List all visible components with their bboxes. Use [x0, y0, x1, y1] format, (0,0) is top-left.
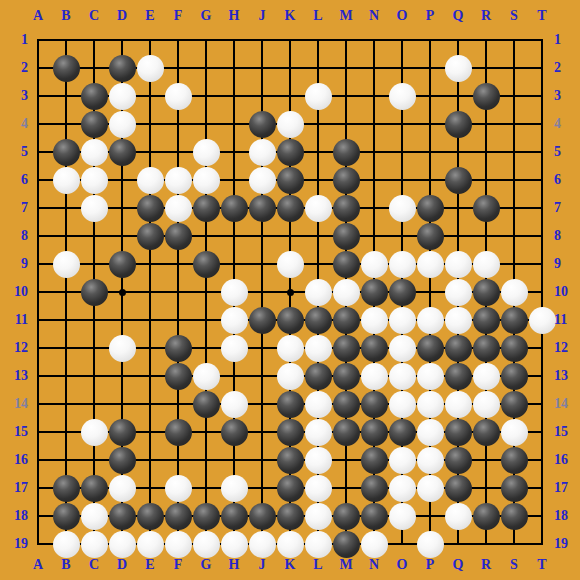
black-stone-E8[interactable] — [137, 223, 164, 250]
black-stone-B18[interactable] — [53, 503, 80, 530]
col-label-top-R: R — [481, 9, 491, 23]
white-stone-G6[interactable] — [193, 167, 220, 194]
white-stone-F3[interactable] — [165, 83, 192, 110]
white-stone-P16[interactable] — [417, 447, 444, 474]
black-stone-J18[interactable] — [249, 503, 276, 530]
black-stone-K11[interactable] — [277, 307, 304, 334]
white-stone-L18[interactable] — [305, 503, 332, 530]
white-stone-O11[interactable] — [389, 307, 416, 334]
row-label-right-11: 11 — [554, 313, 580, 327]
col-label-top-O: O — [397, 9, 408, 23]
white-stone-N11[interactable] — [361, 307, 388, 334]
hoshi-dot-D10 — [119, 289, 126, 296]
black-stone-Q15[interactable] — [445, 419, 472, 446]
col-label-bottom-S: S — [510, 558, 518, 572]
white-stone-O9[interactable] — [389, 251, 416, 278]
white-stone-F19[interactable] — [165, 531, 192, 558]
white-stone-G19[interactable] — [193, 531, 220, 558]
black-stone-F12[interactable] — [165, 335, 192, 362]
black-stone-B2[interactable] — [53, 55, 80, 82]
white-stone-M10[interactable] — [333, 279, 360, 306]
row-label-right-1: 1 — [554, 33, 580, 47]
col-label-bottom-O: O — [397, 558, 408, 572]
row-label-right-17: 17 — [554, 481, 580, 495]
col-label-bottom-N: N — [369, 558, 379, 572]
white-stone-O17[interactable] — [389, 475, 416, 502]
white-stone-D4[interactable] — [109, 111, 136, 138]
white-stone-J5[interactable] — [249, 139, 276, 166]
row-label-left-12: 12 — [2, 341, 28, 355]
col-label-bottom-R: R — [481, 558, 491, 572]
black-stone-C3[interactable] — [81, 83, 108, 110]
white-stone-C5[interactable] — [81, 139, 108, 166]
white-stone-S15[interactable] — [501, 419, 528, 446]
black-stone-M13[interactable] — [333, 363, 360, 390]
row-label-left-18: 18 — [2, 509, 28, 523]
row-label-right-18: 18 — [554, 509, 580, 523]
white-stone-E2[interactable] — [137, 55, 164, 82]
col-label-bottom-K: K — [285, 558, 296, 572]
white-stone-H10[interactable] — [221, 279, 248, 306]
white-stone-Q18[interactable] — [445, 503, 472, 530]
black-stone-P12[interactable] — [417, 335, 444, 362]
white-stone-Q14[interactable] — [445, 391, 472, 418]
black-stone-N17[interactable] — [361, 475, 388, 502]
col-label-top-M: M — [339, 9, 352, 23]
white-stone-O13[interactable] — [389, 363, 416, 390]
white-stone-O18[interactable] — [389, 503, 416, 530]
col-label-top-H: H — [229, 9, 240, 23]
white-stone-P11[interactable] — [417, 307, 444, 334]
black-stone-K15[interactable] — [277, 419, 304, 446]
black-stone-R10[interactable] — [473, 279, 500, 306]
row-label-left-3: 3 — [2, 89, 28, 103]
black-stone-D2[interactable] — [109, 55, 136, 82]
col-label-bottom-P: P — [426, 558, 435, 572]
black-stone-K14[interactable] — [277, 391, 304, 418]
col-label-bottom-B: B — [61, 558, 70, 572]
col-label-bottom-D: D — [117, 558, 127, 572]
black-stone-B5[interactable] — [53, 139, 80, 166]
white-stone-L19[interactable] — [305, 531, 332, 558]
row-label-right-12: 12 — [554, 341, 580, 355]
white-stone-H19[interactable] — [221, 531, 248, 558]
black-stone-F8[interactable] — [165, 223, 192, 250]
white-stone-Q2[interactable] — [445, 55, 472, 82]
row-label-right-9: 9 — [554, 257, 580, 271]
white-stone-J19[interactable] — [249, 531, 276, 558]
white-stone-O16[interactable] — [389, 447, 416, 474]
col-label-top-S: S — [510, 9, 518, 23]
black-stone-K5[interactable] — [277, 139, 304, 166]
white-stone-D19[interactable] — [109, 531, 136, 558]
row-label-right-13: 13 — [554, 369, 580, 383]
black-stone-O10[interactable] — [389, 279, 416, 306]
white-stone-C19[interactable] — [81, 531, 108, 558]
white-stone-C7[interactable] — [81, 195, 108, 222]
row-label-left-9: 9 — [2, 257, 28, 271]
black-stone-N18[interactable] — [361, 503, 388, 530]
black-stone-R12[interactable] — [473, 335, 500, 362]
white-stone-B9[interactable] — [53, 251, 80, 278]
col-label-bottom-J: J — [259, 558, 266, 572]
black-stone-P8[interactable] — [417, 223, 444, 250]
row-label-right-8: 8 — [554, 229, 580, 243]
black-stone-C4[interactable] — [81, 111, 108, 138]
black-stone-M6[interactable] — [333, 167, 360, 194]
black-stone-E18[interactable] — [137, 503, 164, 530]
black-stone-R3[interactable] — [473, 83, 500, 110]
white-stone-F6[interactable] — [165, 167, 192, 194]
black-stone-E7[interactable] — [137, 195, 164, 222]
black-stone-C10[interactable] — [81, 279, 108, 306]
white-stone-N13[interactable] — [361, 363, 388, 390]
black-stone-R7[interactable] — [473, 195, 500, 222]
row-label-right-10: 10 — [554, 285, 580, 299]
black-stone-K7[interactable] — [277, 195, 304, 222]
black-stone-D5[interactable] — [109, 139, 136, 166]
white-stone-C15[interactable] — [81, 419, 108, 446]
black-stone-D18[interactable] — [109, 503, 136, 530]
black-stone-L11[interactable] — [305, 307, 332, 334]
black-stone-G7[interactable] — [193, 195, 220, 222]
row-label-right-6: 6 — [554, 173, 580, 187]
col-label-bottom-L: L — [313, 558, 322, 572]
black-stone-L13[interactable] — [305, 363, 332, 390]
black-stone-Q6[interactable] — [445, 167, 472, 194]
black-stone-G14[interactable] — [193, 391, 220, 418]
row-label-left-6: 6 — [2, 173, 28, 187]
black-stone-N12[interactable] — [361, 335, 388, 362]
black-stone-D9[interactable] — [109, 251, 136, 278]
black-stone-G18[interactable] — [193, 503, 220, 530]
black-stone-S18[interactable] — [501, 503, 528, 530]
white-stone-G13[interactable] — [193, 363, 220, 390]
black-stone-R18[interactable] — [473, 503, 500, 530]
white-stone-K13[interactable] — [277, 363, 304, 390]
grid-line-v — [541, 39, 543, 545]
row-label-right-16: 16 — [554, 453, 580, 467]
row-label-left-10: 10 — [2, 285, 28, 299]
row-label-right-3: 3 — [554, 89, 580, 103]
black-stone-P7[interactable] — [417, 195, 444, 222]
white-stone-R9[interactable] — [473, 251, 500, 278]
black-stone-R15[interactable] — [473, 419, 500, 446]
white-stone-P14[interactable] — [417, 391, 444, 418]
row-label-left-15: 15 — [2, 425, 28, 439]
white-stone-H12[interactable] — [221, 335, 248, 362]
col-label-bottom-E: E — [145, 558, 154, 572]
black-stone-M5[interactable] — [333, 139, 360, 166]
black-stone-Q13[interactable] — [445, 363, 472, 390]
col-label-top-K: K — [285, 9, 296, 23]
black-stone-M14[interactable] — [333, 391, 360, 418]
white-stone-L17[interactable] — [305, 475, 332, 502]
black-stone-D16[interactable] — [109, 447, 136, 474]
col-label-bottom-Q: Q — [453, 558, 464, 572]
white-stone-L7[interactable] — [305, 195, 332, 222]
row-label-left-1: 1 — [2, 33, 28, 47]
white-stone-F7[interactable] — [165, 195, 192, 222]
row-label-right-7: 7 — [554, 201, 580, 215]
row-label-right-14: 14 — [554, 397, 580, 411]
black-stone-S16[interactable] — [501, 447, 528, 474]
white-stone-Q10[interactable] — [445, 279, 472, 306]
white-stone-O3[interactable] — [389, 83, 416, 110]
white-stone-L14[interactable] — [305, 391, 332, 418]
col-label-bottom-A: A — [33, 558, 43, 572]
row-label-left-17: 17 — [2, 481, 28, 495]
white-stone-R13[interactable] — [473, 363, 500, 390]
black-stone-J11[interactable] — [249, 307, 276, 334]
row-label-left-13: 13 — [2, 369, 28, 383]
white-stone-D12[interactable] — [109, 335, 136, 362]
col-label-bottom-G: G — [201, 558, 212, 572]
black-stone-K17[interactable] — [277, 475, 304, 502]
black-stone-C17[interactable] — [81, 475, 108, 502]
col-label-top-G: G — [201, 9, 212, 23]
black-stone-F13[interactable] — [165, 363, 192, 390]
white-stone-G5[interactable] — [193, 139, 220, 166]
col-label-bottom-H: H — [229, 558, 240, 572]
white-stone-D17[interactable] — [109, 475, 136, 502]
white-stone-Q9[interactable] — [445, 251, 472, 278]
black-stone-K6[interactable] — [277, 167, 304, 194]
row-label-right-15: 15 — [554, 425, 580, 439]
black-stone-D15[interactable] — [109, 419, 136, 446]
black-stone-M18[interactable] — [333, 503, 360, 530]
white-stone-R14[interactable] — [473, 391, 500, 418]
white-stone-H14[interactable] — [221, 391, 248, 418]
row-label-right-2: 2 — [554, 61, 580, 75]
white-stone-L12[interactable] — [305, 335, 332, 362]
white-stone-E6[interactable] — [137, 167, 164, 194]
black-stone-S12[interactable] — [501, 335, 528, 362]
black-stone-N15[interactable] — [361, 419, 388, 446]
black-stone-F18[interactable] — [165, 503, 192, 530]
black-stone-M12[interactable] — [333, 335, 360, 362]
black-stone-R11[interactable] — [473, 307, 500, 334]
black-stone-N16[interactable] — [361, 447, 388, 474]
col-label-top-F: F — [174, 9, 183, 23]
white-stone-N19[interactable] — [361, 531, 388, 558]
black-stone-G9[interactable] — [193, 251, 220, 278]
hoshi-dot-K10 — [287, 289, 294, 296]
black-stone-O15[interactable] — [389, 419, 416, 446]
black-stone-S14[interactable] — [501, 391, 528, 418]
black-stone-M9[interactable] — [333, 251, 360, 278]
col-label-top-E: E — [145, 9, 154, 23]
black-stone-K16[interactable] — [277, 447, 304, 474]
black-stone-M19[interactable] — [333, 531, 360, 558]
black-stone-B17[interactable] — [53, 475, 80, 502]
white-stone-P19[interactable] — [417, 531, 444, 558]
black-stone-F15[interactable] — [165, 419, 192, 446]
col-label-top-D: D — [117, 9, 127, 23]
black-stone-K18[interactable] — [277, 503, 304, 530]
row-label-left-4: 4 — [2, 117, 28, 131]
black-stone-J4[interactable] — [249, 111, 276, 138]
black-stone-Q17[interactable] — [445, 475, 472, 502]
black-stone-Q4[interactable] — [445, 111, 472, 138]
black-stone-N14[interactable] — [361, 391, 388, 418]
white-stone-P13[interactable] — [417, 363, 444, 390]
white-stone-C6[interactable] — [81, 167, 108, 194]
black-stone-M7[interactable] — [333, 195, 360, 222]
row-label-left-14: 14 — [2, 397, 28, 411]
black-stone-M8[interactable] — [333, 223, 360, 250]
col-label-top-J: J — [259, 9, 266, 23]
black-stone-S17[interactable] — [501, 475, 528, 502]
white-stone-O14[interactable] — [389, 391, 416, 418]
black-stone-Q12[interactable] — [445, 335, 472, 362]
row-label-left-16: 16 — [2, 453, 28, 467]
col-label-bottom-F: F — [174, 558, 183, 572]
white-stone-Q11[interactable] — [445, 307, 472, 334]
col-label-bottom-M: M — [339, 558, 352, 572]
white-stone-K19[interactable] — [277, 531, 304, 558]
white-stone-L10[interactable] — [305, 279, 332, 306]
white-stone-P15[interactable] — [417, 419, 444, 446]
black-stone-J7[interactable] — [249, 195, 276, 222]
white-stone-L16[interactable] — [305, 447, 332, 474]
black-stone-H7[interactable] — [221, 195, 248, 222]
white-stone-D3[interactable] — [109, 83, 136, 110]
white-stone-L3[interactable] — [305, 83, 332, 110]
col-label-top-B: B — [61, 9, 70, 23]
white-stone-K12[interactable] — [277, 335, 304, 362]
white-stone-P17[interactable] — [417, 475, 444, 502]
col-label-bottom-C: C — [89, 558, 99, 572]
white-stone-O7[interactable] — [389, 195, 416, 222]
white-stone-E19[interactable] — [137, 531, 164, 558]
row-label-left-8: 8 — [2, 229, 28, 243]
white-stone-K4[interactable] — [277, 111, 304, 138]
row-label-left-19: 19 — [2, 537, 28, 551]
row-label-left-5: 5 — [2, 145, 28, 159]
col-label-top-L: L — [313, 9, 322, 23]
white-stone-H17[interactable] — [221, 475, 248, 502]
col-label-top-C: C — [89, 9, 99, 23]
white-stone-N9[interactable] — [361, 251, 388, 278]
white-stone-J6[interactable] — [249, 167, 276, 194]
black-stone-M15[interactable] — [333, 419, 360, 446]
black-stone-N10[interactable] — [361, 279, 388, 306]
black-stone-S11[interactable] — [501, 307, 528, 334]
black-stone-M11[interactable] — [333, 307, 360, 334]
col-label-top-P: P — [426, 9, 435, 23]
row-label-left-7: 7 — [2, 201, 28, 215]
col-label-top-Q: Q — [453, 9, 464, 23]
col-label-bottom-T: T — [537, 558, 546, 572]
white-stone-C18[interactable] — [81, 503, 108, 530]
row-label-left-11: 11 — [2, 313, 28, 327]
white-stone-O12[interactable] — [389, 335, 416, 362]
white-stone-K9[interactable] — [277, 251, 304, 278]
white-stone-H11[interactable] — [221, 307, 248, 334]
black-stone-H18[interactable] — [221, 503, 248, 530]
row-label-right-4: 4 — [554, 117, 580, 131]
go-board[interactable]: AABBCCDDEEFFGGHHJJKKLLMMNNOOPPQQRRSSTT11… — [0, 0, 580, 580]
col-label-top-T: T — [537, 9, 546, 23]
row-label-right-19: 19 — [554, 537, 580, 551]
white-stone-L15[interactable] — [305, 419, 332, 446]
white-stone-T11[interactable] — [529, 307, 556, 334]
black-stone-S13[interactable] — [501, 363, 528, 390]
white-stone-F17[interactable] — [165, 475, 192, 502]
col-label-top-N: N — [369, 9, 379, 23]
black-stone-Q16[interactable] — [445, 447, 472, 474]
white-stone-B6[interactable] — [53, 167, 80, 194]
white-stone-B19[interactable] — [53, 531, 80, 558]
row-label-right-5: 5 — [554, 145, 580, 159]
white-stone-S10[interactable] — [501, 279, 528, 306]
col-label-top-A: A — [33, 9, 43, 23]
row-label-left-2: 2 — [2, 61, 28, 75]
white-stone-P9[interactable] — [417, 251, 444, 278]
black-stone-H15[interactable] — [221, 419, 248, 446]
